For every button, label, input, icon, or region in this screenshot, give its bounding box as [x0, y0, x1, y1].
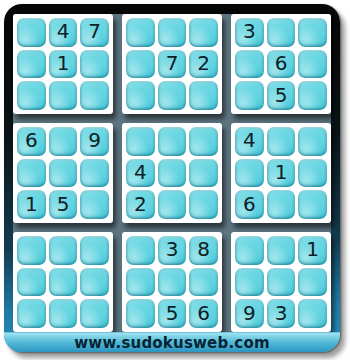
- cell-r9c1[interactable]: [17, 299, 46, 328]
- given-digit: 3: [275, 303, 288, 323]
- given-digit: 6: [197, 303, 210, 323]
- cell-r1c9[interactable]: [298, 18, 327, 47]
- cell-r4c2[interactable]: [49, 127, 78, 156]
- cell-r7c4[interactable]: [126, 236, 155, 265]
- cell-r5c5[interactable]: [158, 159, 187, 188]
- cell-r4c5[interactable]: [158, 127, 187, 156]
- cell-r5c7[interactable]: [235, 159, 264, 188]
- box-2-1: 6915: [13, 123, 113, 223]
- cell-r9c3[interactable]: [80, 299, 109, 328]
- cell-r1c6[interactable]: [189, 18, 218, 47]
- cell-r6c3[interactable]: [80, 190, 109, 219]
- cell-r1c2[interactable]: 4: [49, 18, 78, 47]
- cell-r9c6[interactable]: 6: [189, 299, 218, 328]
- cell-r3c8[interactable]: 5: [267, 81, 296, 110]
- cell-r7c5[interactable]: 3: [158, 236, 187, 265]
- cell-r5c6[interactable]: [189, 159, 218, 188]
- given-digit: 6: [275, 53, 288, 73]
- given-digit: 4: [134, 162, 147, 182]
- cell-r6c5[interactable]: [158, 190, 187, 219]
- cell-r4c6[interactable]: [189, 127, 218, 156]
- cell-r2c2[interactable]: 1: [49, 50, 78, 79]
- given-digit: 5: [57, 194, 70, 214]
- cell-r5c9[interactable]: [298, 159, 327, 188]
- cell-r4c9[interactable]: [298, 127, 327, 156]
- cell-r9c4[interactable]: [126, 299, 155, 328]
- given-digit: 6: [243, 194, 256, 214]
- given-digit: 8: [197, 239, 210, 259]
- cell-r1c8[interactable]: [267, 18, 296, 47]
- cell-r5c2[interactable]: [49, 159, 78, 188]
- cell-r3c5[interactable]: [158, 81, 187, 110]
- cell-r7c6[interactable]: 8: [189, 236, 218, 265]
- cell-r6c7[interactable]: 6: [235, 190, 264, 219]
- given-digit: 2: [197, 53, 210, 73]
- box-3-2: 3856: [122, 232, 222, 332]
- cell-r1c5[interactable]: [158, 18, 187, 47]
- given-digit: 9: [88, 130, 101, 150]
- sudoku-board: 471723656915424163856193: [13, 14, 331, 332]
- given-digit: 3: [243, 21, 256, 41]
- cell-r7c8[interactable]: [267, 236, 296, 265]
- cell-r8c4[interactable]: [126, 268, 155, 297]
- cell-r3c1[interactable]: [17, 81, 46, 110]
- cell-r8c3[interactable]: [80, 268, 109, 297]
- given-digit: 6: [25, 130, 38, 150]
- cell-r5c3[interactable]: [80, 159, 109, 188]
- cell-r3c4[interactable]: [126, 81, 155, 110]
- cell-r8c2[interactable]: [49, 268, 78, 297]
- cell-r4c4[interactable]: [126, 127, 155, 156]
- cell-r6c8[interactable]: [267, 190, 296, 219]
- cell-r7c7[interactable]: [235, 236, 264, 265]
- cell-r1c1[interactable]: [17, 18, 46, 47]
- cell-r7c9[interactable]: 1: [298, 236, 327, 265]
- cell-r6c9[interactable]: [298, 190, 327, 219]
- given-digit: 7: [166, 53, 179, 73]
- cell-r3c7[interactable]: [235, 81, 264, 110]
- box-2-3: 416: [231, 123, 331, 223]
- box-1-3: 365: [231, 14, 331, 114]
- cell-r5c4[interactable]: 4: [126, 159, 155, 188]
- box-1-2: 72: [122, 14, 222, 114]
- cell-r2c3[interactable]: [80, 50, 109, 79]
- cell-r6c1[interactable]: 1: [17, 190, 46, 219]
- box-2-2: 42: [122, 123, 222, 223]
- box-3-1: [13, 232, 113, 332]
- cell-r2c6[interactable]: 2: [189, 50, 218, 79]
- cell-r4c3[interactable]: 9: [80, 127, 109, 156]
- cell-r9c8[interactable]: 3: [267, 299, 296, 328]
- cell-r4c1[interactable]: 6: [17, 127, 46, 156]
- cell-r7c2[interactable]: [49, 236, 78, 265]
- cell-r8c6[interactable]: [189, 268, 218, 297]
- cell-r7c3[interactable]: [80, 236, 109, 265]
- cell-r1c4[interactable]: [126, 18, 155, 47]
- cell-r8c8[interactable]: [267, 268, 296, 297]
- footer-bar: www.sudokusweb.com: [4, 332, 340, 352]
- given-digit: 9: [243, 303, 256, 323]
- cell-r5c1[interactable]: [17, 159, 46, 188]
- given-digit: 5: [166, 303, 179, 323]
- cell-r2c4[interactable]: [126, 50, 155, 79]
- box-3-3: 193: [231, 232, 331, 332]
- site-url[interactable]: www.sudokusweb.com: [74, 334, 269, 352]
- given-digit: 1: [57, 53, 70, 73]
- cell-r2c1[interactable]: [17, 50, 46, 79]
- cell-r8c1[interactable]: [17, 268, 46, 297]
- cell-r1c3[interactable]: 7: [80, 18, 109, 47]
- cell-r6c6[interactable]: [189, 190, 218, 219]
- cell-r6c2[interactable]: 5: [49, 190, 78, 219]
- cell-r3c6[interactable]: [189, 81, 218, 110]
- given-digit: 4: [243, 130, 256, 150]
- cell-r3c9[interactable]: [298, 81, 327, 110]
- given-digit: 1: [306, 239, 319, 259]
- given-digit: 4: [57, 21, 70, 41]
- cell-r2c7[interactable]: [235, 50, 264, 79]
- cell-r9c5[interactable]: 5: [158, 299, 187, 328]
- cell-r6c4[interactable]: 2: [126, 190, 155, 219]
- cell-r9c9[interactable]: [298, 299, 327, 328]
- given-digit: 5: [275, 85, 288, 105]
- cell-r2c9[interactable]: [298, 50, 327, 79]
- cell-r3c3[interactable]: [80, 81, 109, 110]
- cell-r3c2[interactable]: [49, 81, 78, 110]
- given-digit: 1: [25, 194, 38, 214]
- cell-r4c8[interactable]: [267, 127, 296, 156]
- cell-r4c7[interactable]: 4: [235, 127, 264, 156]
- cell-r8c5[interactable]: [158, 268, 187, 297]
- sudoku-frame: 471723656915424163856193 www.sudokusweb.…: [4, 4, 340, 352]
- cell-r7c1[interactable]: [17, 236, 46, 265]
- given-digit: 3: [166, 239, 179, 259]
- cell-r1c7[interactable]: 3: [235, 18, 264, 47]
- cell-r5c8[interactable]: 1: [267, 159, 296, 188]
- cell-r8c7[interactable]: [235, 268, 264, 297]
- given-digit: 1: [275, 162, 288, 182]
- given-digit: 2: [134, 194, 147, 214]
- given-digit: 7: [88, 21, 101, 41]
- cell-r9c7[interactable]: 9: [235, 299, 264, 328]
- cell-r8c9[interactable]: [298, 268, 327, 297]
- cell-r2c8[interactable]: 6: [267, 50, 296, 79]
- cell-r2c5[interactable]: 7: [158, 50, 187, 79]
- cell-r9c2[interactable]: [49, 299, 78, 328]
- box-1-1: 471: [13, 14, 113, 114]
